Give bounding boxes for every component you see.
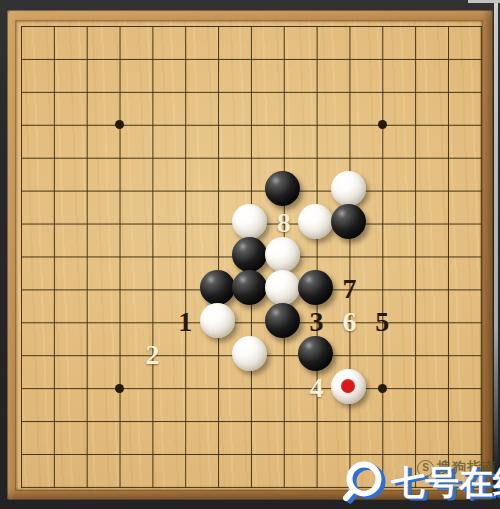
white-stone xyxy=(232,204,267,239)
move-label-3: 3 xyxy=(300,306,333,339)
black-stone xyxy=(265,303,300,338)
stone-white xyxy=(267,240,300,273)
q-logo-icon xyxy=(343,458,389,505)
watermark-qihao: 七号在线 xyxy=(343,458,500,505)
white-stone xyxy=(265,237,300,272)
black-stone xyxy=(200,270,235,305)
star-point xyxy=(366,372,399,405)
move-number: 6 xyxy=(342,308,356,336)
black-stone xyxy=(232,270,267,305)
stone-white xyxy=(235,207,268,240)
stone-black xyxy=(300,339,333,372)
stone-black xyxy=(333,207,366,240)
black-stone xyxy=(298,336,333,371)
black-stone xyxy=(265,171,300,206)
move-label-1: 1 xyxy=(169,306,202,339)
move-label-4: 4 xyxy=(300,372,333,405)
stone-white xyxy=(333,372,366,405)
board-grid: 12345678 xyxy=(5,10,498,504)
black-stone xyxy=(232,237,267,272)
qihao-watermark-text: 七号在线 xyxy=(391,465,500,499)
move-label-8: 8 xyxy=(267,207,300,240)
white-stone xyxy=(331,171,366,206)
last-move-dot xyxy=(341,379,355,393)
board-photo: 12345678 S 搜狗指南 七号在线 xyxy=(0,0,500,509)
stone-white xyxy=(267,273,300,306)
stone-white xyxy=(235,339,268,372)
move-label-7: 7 xyxy=(333,273,366,306)
black-stone xyxy=(331,204,366,239)
black-stone xyxy=(298,270,333,305)
move-number: 2 xyxy=(145,341,159,369)
photo-edge-highlight-top xyxy=(468,0,500,3)
move-label-6: 6 xyxy=(333,306,366,339)
stone-black xyxy=(202,273,235,306)
white-stone xyxy=(265,270,300,305)
photo-edge-highlight xyxy=(494,0,498,468)
white-stone xyxy=(298,204,333,239)
move-number: 4 xyxy=(310,374,324,402)
stone-white xyxy=(300,207,333,240)
star-point xyxy=(103,108,136,141)
move-number: 8 xyxy=(277,209,291,237)
move-label-5: 5 xyxy=(366,306,399,339)
move-number: 1 xyxy=(178,308,192,336)
stone-black xyxy=(267,174,300,207)
stone-black xyxy=(300,273,333,306)
move-number: 5 xyxy=(375,308,389,336)
move-number: 7 xyxy=(342,275,356,303)
stone-black xyxy=(235,273,268,306)
star-point xyxy=(366,108,399,141)
move-number: 3 xyxy=(310,308,324,336)
white-stone xyxy=(331,369,366,404)
stone-black xyxy=(235,240,268,273)
stone-white xyxy=(333,174,366,207)
move-label-2: 2 xyxy=(136,339,169,372)
stone-white xyxy=(202,306,235,339)
white-stone xyxy=(200,303,235,338)
stone-black xyxy=(267,306,300,339)
white-stone xyxy=(232,336,267,371)
star-point xyxy=(103,372,136,405)
